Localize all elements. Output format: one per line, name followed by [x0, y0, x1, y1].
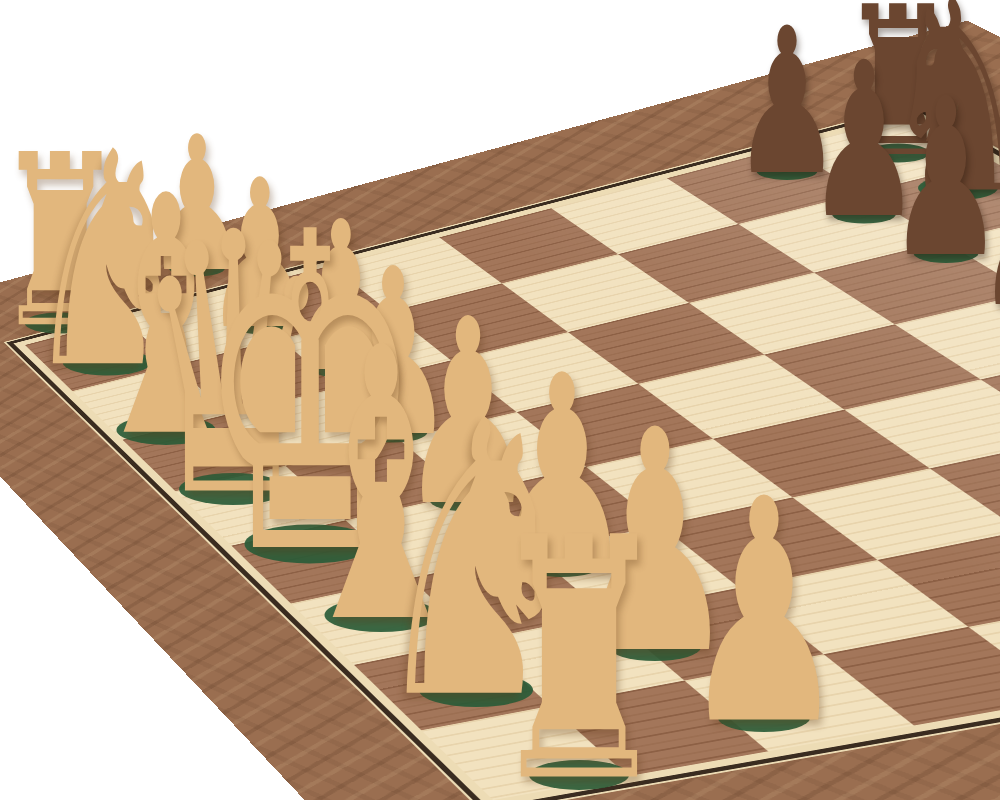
black-pawn-icon: ♟	[975, 116, 1000, 338]
piece-white-rook-h1: ♜	[430, 495, 729, 800]
piece-black-pawn-d7: ♟	[935, 116, 1000, 338]
white-rook-icon: ♜	[486, 495, 671, 800]
photo-stage: ♜♞♟♟♟♟♜♞♟♝♟♟♛♟♚♟♝♟♞♟♜♟	[0, 0, 1000, 800]
pieces-layer: ♜♞♟♟♟♟♜♞♟♝♟♟♛♟♚♟♝♟♞♟♜♟	[0, 0, 1000, 800]
